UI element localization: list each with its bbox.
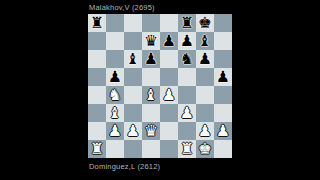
square-b1[interactable] [106,140,124,158]
square-e5[interactable] [160,68,178,86]
square-f4[interactable] [178,86,196,104]
black-bishop-c6: ♝ [126,50,140,68]
square-c3[interactable] [124,104,142,122]
square-e8[interactable] [160,14,178,32]
top-player-label: Malakhov,V (2695) [89,3,155,12]
white-knight-b4: ♞ [108,86,122,104]
square-b5[interactable]: ♟ [106,68,124,86]
square-c8[interactable] [124,14,142,32]
square-a4[interactable] [88,86,106,104]
square-e2[interactable] [160,122,178,140]
black-pawn-b5: ♟ [108,68,122,86]
square-b8[interactable] [106,14,124,32]
square-g2[interactable]: ♟ [196,122,214,140]
square-g4[interactable] [196,86,214,104]
square-f6[interactable]: ♞ [178,50,196,68]
black-pawn-e7: ♟ [162,32,176,50]
black-bishop-g7: ♝ [198,32,212,50]
square-a6[interactable] [88,50,106,68]
square-f5[interactable] [178,68,196,86]
square-f2[interactable] [178,122,196,140]
square-d3[interactable] [142,104,160,122]
square-a7[interactable] [88,32,106,50]
square-f7[interactable]: ♟ [178,32,196,50]
white-pawn-c2: ♟ [126,122,140,140]
black-rook-f8: ♜ [180,14,194,32]
square-h4[interactable] [214,86,232,104]
black-king-g8: ♚ [198,14,212,32]
white-bishop-d4: ♝ [144,86,158,104]
square-h6[interactable] [214,50,232,68]
black-pawn-d6: ♟ [144,50,158,68]
square-e7[interactable]: ♟ [160,32,178,50]
white-rook-a1: ♜ [90,140,104,158]
square-h8[interactable] [214,14,232,32]
bottom-player-label: Dominguez,L (2612) [89,162,160,171]
square-b3[interactable]: ♝ [106,104,124,122]
square-e6[interactable] [160,50,178,68]
square-a5[interactable] [88,68,106,86]
square-h2[interactable]: ♟ [214,122,232,140]
square-a3[interactable] [88,104,106,122]
app-background: Malakhov,V (2695) ♜♜♚♛♟♟♝♝♟♞♟♟♟♞♝♟♝♟♟♟♛♟… [0,0,320,180]
square-c4[interactable] [124,86,142,104]
white-bishop-b3: ♝ [108,104,122,122]
square-h5[interactable]: ♟ [214,68,232,86]
white-pawn-h2: ♟ [216,122,230,140]
square-b7[interactable] [106,32,124,50]
black-pawn-g6: ♟ [198,50,212,68]
square-g7[interactable]: ♝ [196,32,214,50]
white-queen-d2: ♛ [144,122,158,140]
square-h3[interactable] [214,104,232,122]
square-c7[interactable] [124,32,142,50]
square-d5[interactable] [142,68,160,86]
square-h7[interactable] [214,32,232,50]
square-d2[interactable]: ♛ [142,122,160,140]
square-f1[interactable]: ♜ [178,140,196,158]
square-d6[interactable]: ♟ [142,50,160,68]
square-d7[interactable]: ♛ [142,32,160,50]
white-rook-f1: ♜ [180,140,194,158]
square-a8[interactable]: ♜ [88,14,106,32]
white-pawn-g2: ♟ [198,122,212,140]
square-g5[interactable] [196,68,214,86]
square-c2[interactable]: ♟ [124,122,142,140]
square-g3[interactable] [196,104,214,122]
square-e1[interactable] [160,140,178,158]
black-pawn-f7: ♟ [180,32,194,50]
black-pawn-h5: ♟ [216,68,230,86]
white-pawn-f3: ♟ [180,104,194,122]
black-rook-a8: ♜ [90,14,104,32]
square-e3[interactable] [160,104,178,122]
square-d4[interactable]: ♝ [142,86,160,104]
square-d8[interactable] [142,14,160,32]
black-knight-f6: ♞ [180,50,194,68]
white-pawn-b2: ♟ [108,122,122,140]
square-b2[interactable]: ♟ [106,122,124,140]
square-b6[interactable] [106,50,124,68]
white-pawn-e4: ♟ [162,86,176,104]
square-e4[interactable]: ♟ [160,86,178,104]
square-b4[interactable]: ♞ [106,86,124,104]
square-a1[interactable]: ♜ [88,140,106,158]
square-c5[interactable] [124,68,142,86]
square-a2[interactable] [88,122,106,140]
square-c6[interactable]: ♝ [124,50,142,68]
white-king-g1: ♚ [198,140,212,158]
square-g8[interactable]: ♚ [196,14,214,32]
square-d1[interactable] [142,140,160,158]
square-h1[interactable] [214,140,232,158]
black-queen-d7: ♛ [144,32,158,50]
square-c1[interactable] [124,140,142,158]
square-g1[interactable]: ♚ [196,140,214,158]
square-g6[interactable]: ♟ [196,50,214,68]
square-f8[interactable]: ♜ [178,14,196,32]
square-f3[interactable]: ♟ [178,104,196,122]
chess-board[interactable]: ♜♜♚♛♟♟♝♝♟♞♟♟♟♞♝♟♝♟♟♟♛♟♟♜♜♚ [88,14,232,158]
